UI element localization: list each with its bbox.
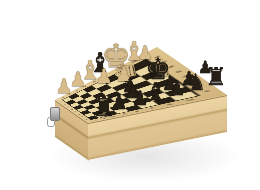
chess-piece-black-pawn: ♟	[131, 88, 149, 108]
chess-piece-black-pawn: ♟	[168, 78, 186, 98]
chess-piece-black-knight: ♞	[186, 71, 207, 94]
product-photo-stage: AABBCCDDEEFFGGHH8877665544332211 ♟♟♝♟♚♟♛…	[0, 0, 260, 190]
chess-piece-black-rook: ♜	[205, 64, 227, 89]
latch-hook	[47, 117, 55, 127]
chess-piece-black-rook: ♜	[92, 93, 116, 120]
chess-piece-white-pawn: ♟	[95, 66, 113, 86]
chess-piece-white-pawn: ♟	[55, 76, 73, 96]
